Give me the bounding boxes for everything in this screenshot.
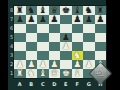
white-rook: ♜: [96, 69, 104, 78]
square-e4[interactable]: ♟: [60, 42, 72, 51]
white-knight: ♞: [27, 69, 35, 78]
square-a4[interactable]: [14, 42, 26, 51]
file-label-f: F: [72, 81, 84, 88]
square-c5[interactable]: [37, 33, 49, 42]
file-label-b: B: [26, 81, 38, 88]
square-b6[interactable]: [26, 24, 38, 33]
square-h4[interactable]: [95, 42, 107, 51]
square-g7[interactable]: ♟: [83, 15, 95, 24]
square-e3[interactable]: [60, 51, 72, 60]
black-pawn: ♟: [85, 15, 93, 24]
square-a7[interactable]: ♟: [14, 15, 26, 24]
square-g5[interactable]: [83, 33, 95, 42]
square-g6[interactable]: [83, 24, 95, 33]
square-d5[interactable]: [49, 33, 61, 42]
square-h1[interactable]: ♜: [95, 69, 107, 78]
square-f6[interactable]: [72, 24, 84, 33]
black-pawn: ♟: [73, 15, 81, 24]
square-e8[interactable]: ♚: [60, 6, 72, 15]
square-f7[interactable]: ♟: [72, 15, 84, 24]
black-pawn: ♟: [27, 15, 35, 24]
square-d7[interactable]: ♟: [49, 15, 61, 24]
square-g2[interactable]: ♟: [83, 60, 95, 69]
white-bishop: ♝: [73, 69, 81, 78]
square-a5[interactable]: [14, 33, 26, 42]
file-labels: ABCDEFGH: [14, 81, 106, 88]
square-d1[interactable]: ♛: [49, 69, 61, 78]
black-king: ♚: [62, 6, 70, 15]
square-b4[interactable]: [26, 42, 38, 51]
square-f5[interactable]: [72, 33, 84, 42]
square-b1[interactable]: ♞: [26, 69, 38, 78]
square-c7[interactable]: ♟: [37, 15, 49, 24]
square-a1[interactable]: ♜: [14, 69, 26, 78]
file-label-d: D: [49, 81, 61, 88]
file-label-h: H: [95, 81, 107, 88]
white-queen: ♛: [50, 69, 58, 78]
black-pawn: ♟: [39, 15, 47, 24]
black-pawn: ♟: [16, 15, 24, 24]
white-rook: ♜: [16, 69, 24, 78]
square-c6[interactable]: [37, 24, 49, 33]
square-f1[interactable]: ♝: [72, 69, 84, 78]
square-h7[interactable]: ♟: [95, 15, 107, 24]
square-c1[interactable]: ♝: [37, 69, 49, 78]
square-d6[interactable]: [49, 24, 61, 33]
square-c4[interactable]: [37, 42, 49, 51]
square-h5[interactable]: [95, 33, 107, 42]
white-pawn: ♟: [62, 42, 70, 51]
white-king: ♚: [62, 69, 70, 78]
square-b5[interactable]: [26, 33, 38, 42]
file-label-e: E: [60, 81, 72, 88]
square-g1[interactable]: [83, 69, 95, 78]
white-bishop: ♝: [39, 69, 47, 78]
square-b7[interactable]: ♟: [26, 15, 38, 24]
chess-board[interactable]: ♜♞♝♛♚♝♞♜♟♟♟♟♟♟♟♟♟♞♟♟♟♟♟♟♟♜♞♝♛♚♝♜: [14, 6, 106, 78]
square-g4[interactable]: [83, 42, 95, 51]
square-d4[interactable]: [49, 42, 61, 51]
file-label-g: G: [83, 81, 95, 88]
black-pawn: ♟: [50, 15, 58, 24]
file-label-a: A: [14, 81, 26, 88]
file-label-c: C: [37, 81, 49, 88]
square-h6[interactable]: [95, 24, 107, 33]
white-pawn: ♟: [85, 60, 93, 69]
square-a6[interactable]: [14, 24, 26, 33]
square-e7[interactable]: [60, 15, 72, 24]
black-pawn: ♟: [96, 15, 104, 24]
square-e1[interactable]: ♚: [60, 69, 72, 78]
